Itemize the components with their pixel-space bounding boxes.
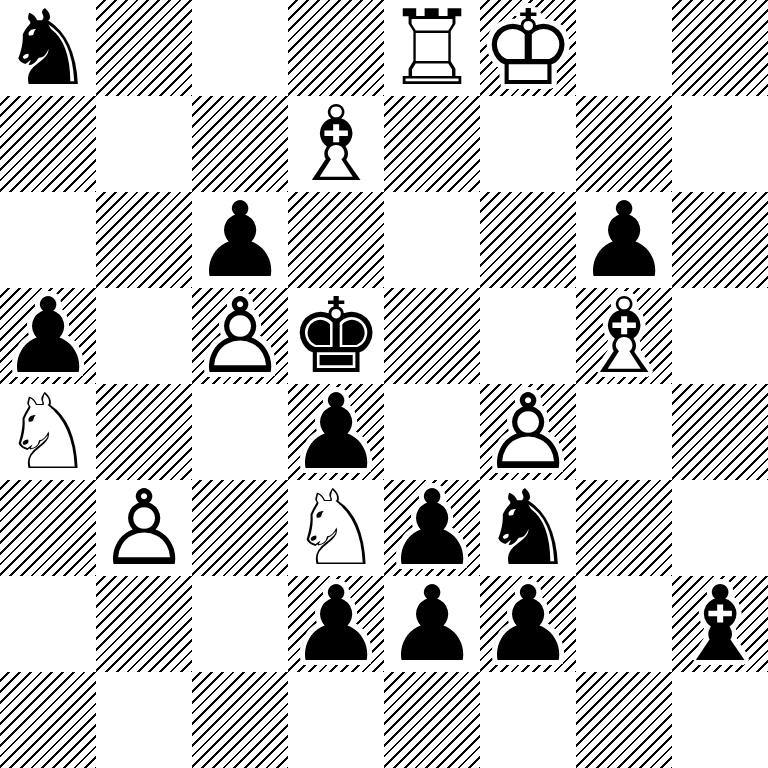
piece-glyph: ♚	[288, 288, 384, 384]
square-e1[interactable]	[384, 672, 480, 768]
square-c7[interactable]	[192, 96, 288, 192]
square-h1[interactable]	[672, 672, 768, 768]
square-a6[interactable]	[0, 192, 96, 288]
piece-outline-layer: ♙	[480, 384, 576, 480]
square-e6[interactable]	[384, 192, 480, 288]
square-a2[interactable]	[0, 576, 96, 672]
piece-fill-layer: ♝	[576, 288, 672, 384]
square-h6[interactable]	[672, 192, 768, 288]
square-c6[interactable]: ♟	[192, 192, 288, 288]
piece-fill-layer: ♚	[480, 0, 576, 96]
square-c2[interactable]	[192, 576, 288, 672]
square-b8[interactable]	[96, 0, 192, 96]
square-a1[interactable]	[0, 672, 96, 768]
piece-outline-layer: ♗	[576, 288, 672, 384]
square-d6[interactable]	[288, 192, 384, 288]
square-e4[interactable]	[384, 384, 480, 480]
square-d2[interactable]: ♟	[288, 576, 384, 672]
square-g5[interactable]: ♝♗	[576, 288, 672, 384]
square-c5[interactable]: ♟♙	[192, 288, 288, 384]
square-e8[interactable]: ♜♖	[384, 0, 480, 96]
piece-outline-layer: ♔	[480, 0, 576, 96]
piece-outline-layer: ♖	[384, 0, 480, 96]
square-f8[interactable]: ♚♔	[480, 0, 576, 96]
piece-fill-layer: ♟	[480, 384, 576, 480]
piece-fill-layer: ♜	[384, 0, 480, 96]
piece-fill-layer: ♞	[288, 480, 384, 576]
piece-outline-layer: ♘	[288, 480, 384, 576]
square-b2[interactable]	[96, 576, 192, 672]
square-g8[interactable]	[576, 0, 672, 96]
square-b1[interactable]	[96, 672, 192, 768]
piece-glyph: ♟	[576, 192, 672, 288]
square-a3[interactable]	[0, 480, 96, 576]
square-c1[interactable]	[192, 672, 288, 768]
square-h3[interactable]	[672, 480, 768, 576]
square-a8[interactable]: ♞	[0, 0, 96, 96]
square-h7[interactable]	[672, 96, 768, 192]
square-e3[interactable]: ♟	[384, 480, 480, 576]
square-a7[interactable]	[0, 96, 96, 192]
square-g6[interactable]: ♟	[576, 192, 672, 288]
square-b5[interactable]	[96, 288, 192, 384]
piece-glyph: ♟	[384, 480, 480, 576]
piece-glyph: ♝	[672, 576, 768, 672]
piece-glyph: ♞	[480, 480, 576, 576]
square-e7[interactable]	[384, 96, 480, 192]
square-b3[interactable]: ♟♙	[96, 480, 192, 576]
piece-fill-layer: ♝	[288, 96, 384, 192]
piece-glyph: ♟	[288, 576, 384, 672]
square-h4[interactable]	[672, 384, 768, 480]
piece-fill-layer: ♞	[0, 384, 96, 480]
square-g2[interactable]	[576, 576, 672, 672]
chess-board: ♞♜♖♚♔♝♗♟♟♟♟♙♚♝♗♞♘♟♟♙♟♙♞♘♟♞♟♟♟♝	[0, 0, 768, 768]
square-e2[interactable]: ♟	[384, 576, 480, 672]
square-f4[interactable]: ♟♙	[480, 384, 576, 480]
piece-outline-layer: ♙	[96, 480, 192, 576]
square-f5[interactable]	[480, 288, 576, 384]
square-e5[interactable]	[384, 288, 480, 384]
piece-glyph: ♟	[192, 192, 288, 288]
square-d8[interactable]	[288, 0, 384, 96]
square-f3[interactable]: ♞	[480, 480, 576, 576]
piece-glyph: ♟	[480, 576, 576, 672]
piece-outline-layer: ♗	[288, 96, 384, 192]
square-b7[interactable]	[96, 96, 192, 192]
piece-fill-layer: ♟	[96, 480, 192, 576]
square-g7[interactable]	[576, 96, 672, 192]
square-c3[interactable]	[192, 480, 288, 576]
square-a5[interactable]: ♟	[0, 288, 96, 384]
square-g3[interactable]	[576, 480, 672, 576]
piece-glyph: ♟	[384, 576, 480, 672]
square-b4[interactable]	[96, 384, 192, 480]
square-c8[interactable]	[192, 0, 288, 96]
square-h2[interactable]: ♝	[672, 576, 768, 672]
square-g4[interactable]	[576, 384, 672, 480]
piece-outline-layer: ♘	[0, 384, 96, 480]
square-d3[interactable]: ♞♘	[288, 480, 384, 576]
square-d4[interactable]: ♟	[288, 384, 384, 480]
square-a4[interactable]: ♞♘	[0, 384, 96, 480]
square-f1[interactable]	[480, 672, 576, 768]
square-g1[interactable]	[576, 672, 672, 768]
square-b6[interactable]	[96, 192, 192, 288]
piece-glyph: ♟	[0, 288, 96, 384]
square-c4[interactable]	[192, 384, 288, 480]
square-d1[interactable]	[288, 672, 384, 768]
piece-fill-layer: ♟	[192, 288, 288, 384]
square-h5[interactable]	[672, 288, 768, 384]
square-f6[interactable]	[480, 192, 576, 288]
piece-glyph: ♞	[0, 0, 96, 96]
piece-glyph: ♟	[288, 384, 384, 480]
square-d5[interactable]: ♚	[288, 288, 384, 384]
square-f7[interactable]	[480, 96, 576, 192]
piece-outline-layer: ♙	[192, 288, 288, 384]
square-h8[interactable]	[672, 0, 768, 96]
square-d7[interactable]: ♝♗	[288, 96, 384, 192]
chess-diagram: ♞♜♖♚♔♝♗♟♟♟♟♙♚♝♗♞♘♟♟♙♟♙♞♘♟♞♟♟♟♝	[0, 0, 768, 768]
square-f2[interactable]: ♟	[480, 576, 576, 672]
